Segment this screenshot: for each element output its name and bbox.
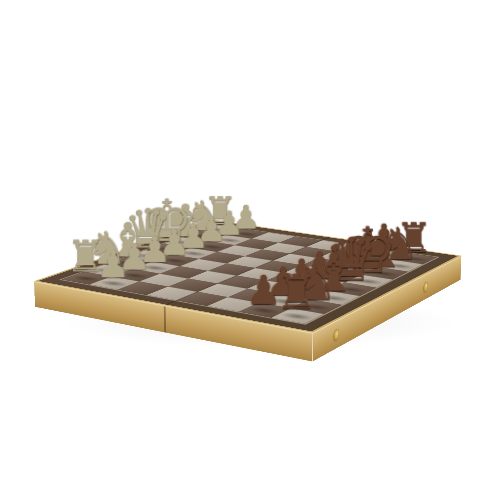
piece-shadow <box>353 258 387 266</box>
piece-shadow <box>214 237 246 244</box>
chess-set-photo: ♜♟♟♜♞♟♟♞♝♟♟♝♚♟♟♚♛♟♟♛♝♟♟♝♞♟♟♞♜♟♟♜ <box>0 0 500 500</box>
chess-board: ♜♟♟♜♞♟♟♞♝♟♟♝♚♟♟♚♛♟♟♛♝♟♟♝♞♟♟♞♜♟♟♜ <box>34 220 462 333</box>
square-a2: ♟ <box>89 277 139 290</box>
piece-white-rook: ♜ <box>190 192 251 230</box>
fold-seam-front <box>164 306 166 333</box>
piece-shadow <box>68 274 103 282</box>
piece-shadow <box>278 311 317 321</box>
piece-shadow <box>138 264 172 272</box>
piece-shadow <box>333 285 369 294</box>
piece-shadow <box>297 302 335 312</box>
scene: ♜♟♟♜♞♟♟♞♝♟♟♝♚♟♟♚♛♟♟♛♝♟♟♝♞♟♟♞♜♟♟♜ <box>0 0 500 500</box>
piece-shadow <box>382 262 416 270</box>
piece-shadow <box>131 252 164 259</box>
piece-shadow <box>316 293 353 302</box>
piece-shadow <box>90 267 124 275</box>
piece-shadow <box>245 305 283 315</box>
brass-clasp-icon <box>334 329 339 341</box>
brass-clasp-icon <box>424 282 428 293</box>
